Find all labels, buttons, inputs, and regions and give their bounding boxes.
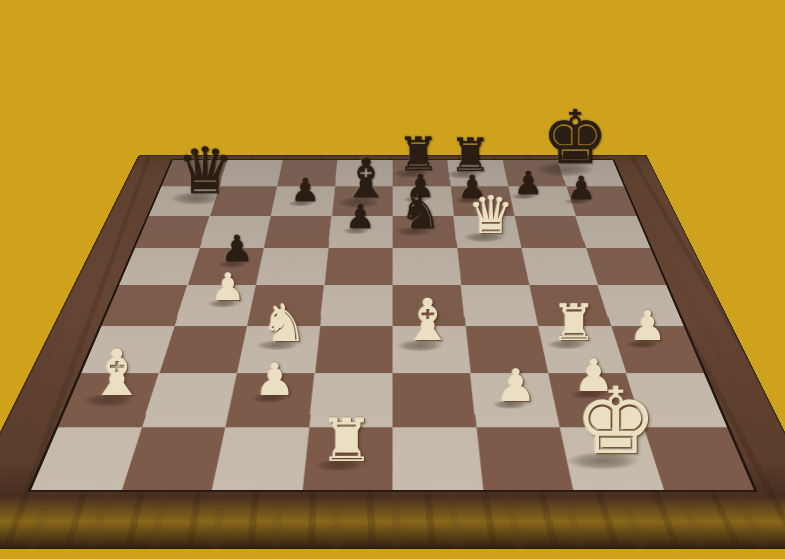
piece-black-p-g7[interactable]: ♟ — [514, 167, 543, 199]
app-background: ♚♜♜♛♝♟♟♟♟♟♞♟♟♛♟♞♝♜♟♝♟♟♟♜♚ — [0, 0, 785, 559]
piece-black-q-a7[interactable]: ♛ — [176, 139, 233, 203]
piece-white-k-g1[interactable]: ♚ — [575, 376, 657, 468]
piece-white-b-e3[interactable]: ♝ — [402, 291, 454, 349]
piece-black-p-b5[interactable]: ♟ — [221, 231, 253, 267]
pieces-layer: ♚♜♜♛♝♟♟♟♟♟♞♟♟♛♟♞♝♜♟♝♟♟♟♜♚ — [0, 0, 785, 559]
piece-black-p-c7[interactable]: ♟ — [291, 174, 320, 206]
piece-black-p-h7[interactable]: ♟ — [567, 172, 596, 204]
piece-white-p-f2[interactable]: ♟ — [496, 363, 536, 408]
piece-black-n-e6[interactable]: ♞ — [399, 189, 440, 235]
piece-white-r-d1[interactable]: ♜ — [320, 410, 374, 470]
piece-white-b-a2[interactable]: ♝ — [88, 341, 145, 405]
piece-white-r-g3[interactable]: ♜ — [552, 298, 597, 348]
piece-white-n-c3[interactable]: ♞ — [261, 297, 308, 349]
piece-white-p-h3[interactable]: ♟ — [630, 306, 667, 347]
piece-white-p-b4[interactable]: ♟ — [211, 268, 245, 306]
piece-white-p-c2[interactable]: ♟ — [255, 357, 295, 402]
piece-black-k-h8[interactable]: ♚ — [542, 100, 608, 174]
piece-white-q-f6[interactable]: ♛ — [468, 189, 515, 241]
piece-black-p-d6[interactable]: ♟ — [345, 200, 375, 233]
